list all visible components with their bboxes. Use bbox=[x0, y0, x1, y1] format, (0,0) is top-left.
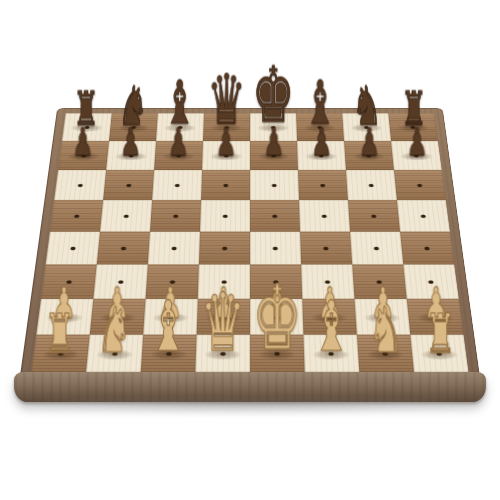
cell-d7: ♟ bbox=[202, 141, 250, 170]
piece-black-pawn-e7[interactable]: ♟ bbox=[263, 124, 284, 160]
cell-h6 bbox=[394, 170, 446, 200]
board-pieces: ♜♞♝♛♚♝♞♜♟♟♟♟♟♟♟♟♟♟♟♟♟♟♟♟♜♞♝♛♚♝♞♜ bbox=[31, 113, 468, 372]
cell-c5 bbox=[150, 200, 201, 231]
product-photo-scene: ♜♞♝♛♚♝♞♜♟♟♟♟♟♟♟♟♟♟♟♟♟♟♟♟♜♞♝♛♚♝♞♜ bbox=[0, 0, 500, 500]
cell-h5 bbox=[397, 200, 450, 231]
board-front-edge bbox=[14, 372, 486, 402]
board-shadow bbox=[40, 400, 460, 414]
cell-d1: ♛ bbox=[195, 334, 250, 372]
cell-c7: ♟ bbox=[154, 141, 203, 170]
piece-black-pawn-h7[interactable]: ♟ bbox=[407, 124, 428, 160]
cell-d6 bbox=[201, 170, 250, 200]
cell-f7: ♟ bbox=[297, 141, 346, 170]
cell-b4 bbox=[97, 231, 150, 264]
piece-white-knight-b1[interactable]: ♞ bbox=[96, 300, 131, 360]
piece-black-pawn-d7[interactable]: ♟ bbox=[216, 124, 237, 160]
cell-e1: ♚ bbox=[250, 334, 305, 372]
piece-black-pawn-g7[interactable]: ♟ bbox=[359, 124, 380, 160]
cell-a6 bbox=[54, 170, 106, 200]
cell-b5 bbox=[100, 200, 152, 231]
cell-g7: ♟ bbox=[344, 141, 394, 170]
cell-h4 bbox=[400, 231, 454, 264]
piece-white-king-e1[interactable]: ♚ bbox=[252, 276, 302, 361]
cell-a5 bbox=[50, 200, 103, 231]
chess-board: ♜♞♝♛♚♝♞♜♟♟♟♟♟♟♟♟♟♟♟♟♟♟♟♟♜♞♝♛♚♝♞♜ bbox=[19, 108, 480, 380]
cell-g4 bbox=[350, 231, 403, 264]
cell-g5 bbox=[348, 200, 400, 231]
cell-c6 bbox=[152, 170, 202, 200]
cell-d5 bbox=[200, 200, 250, 231]
piece-black-pawn-f7[interactable]: ♟ bbox=[311, 124, 332, 160]
cell-g1: ♞ bbox=[357, 334, 414, 372]
cell-c4 bbox=[148, 231, 200, 264]
cell-a7: ♟ bbox=[58, 141, 109, 170]
cell-f5 bbox=[299, 200, 350, 231]
cell-f1: ♝ bbox=[303, 334, 359, 372]
cell-g6 bbox=[346, 170, 397, 200]
piece-white-rook-h1[interactable]: ♜ bbox=[425, 309, 455, 361]
piece-white-bishop-f1[interactable]: ♝ bbox=[312, 294, 351, 360]
cell-e7: ♟ bbox=[250, 141, 298, 170]
cell-a4 bbox=[46, 231, 100, 264]
cell-b7: ♟ bbox=[106, 141, 156, 170]
piece-black-pawn-a7[interactable]: ♟ bbox=[72, 124, 93, 160]
cell-e6 bbox=[250, 170, 299, 200]
cell-f4 bbox=[300, 231, 352, 264]
cell-a1: ♜ bbox=[31, 334, 89, 372]
piece-white-bishop-c1[interactable]: ♝ bbox=[149, 294, 188, 360]
cell-f6 bbox=[298, 170, 348, 200]
piece-black-pawn-c7[interactable]: ♟ bbox=[168, 124, 189, 160]
cell-c1: ♝ bbox=[141, 334, 197, 372]
piece-white-queen-d1[interactable]: ♛ bbox=[200, 284, 245, 360]
cell-h1: ♜ bbox=[410, 334, 468, 372]
cell-d4 bbox=[199, 231, 250, 264]
cell-e5 bbox=[250, 200, 300, 231]
cell-b1: ♞ bbox=[86, 334, 143, 372]
piece-white-knight-g1[interactable]: ♞ bbox=[368, 300, 403, 360]
cell-b6 bbox=[103, 170, 154, 200]
cell-h7: ♟ bbox=[391, 141, 442, 170]
piece-white-rook-a1[interactable]: ♜ bbox=[45, 309, 75, 361]
piece-black-pawn-b7[interactable]: ♟ bbox=[120, 124, 141, 160]
cell-e4 bbox=[250, 231, 301, 264]
